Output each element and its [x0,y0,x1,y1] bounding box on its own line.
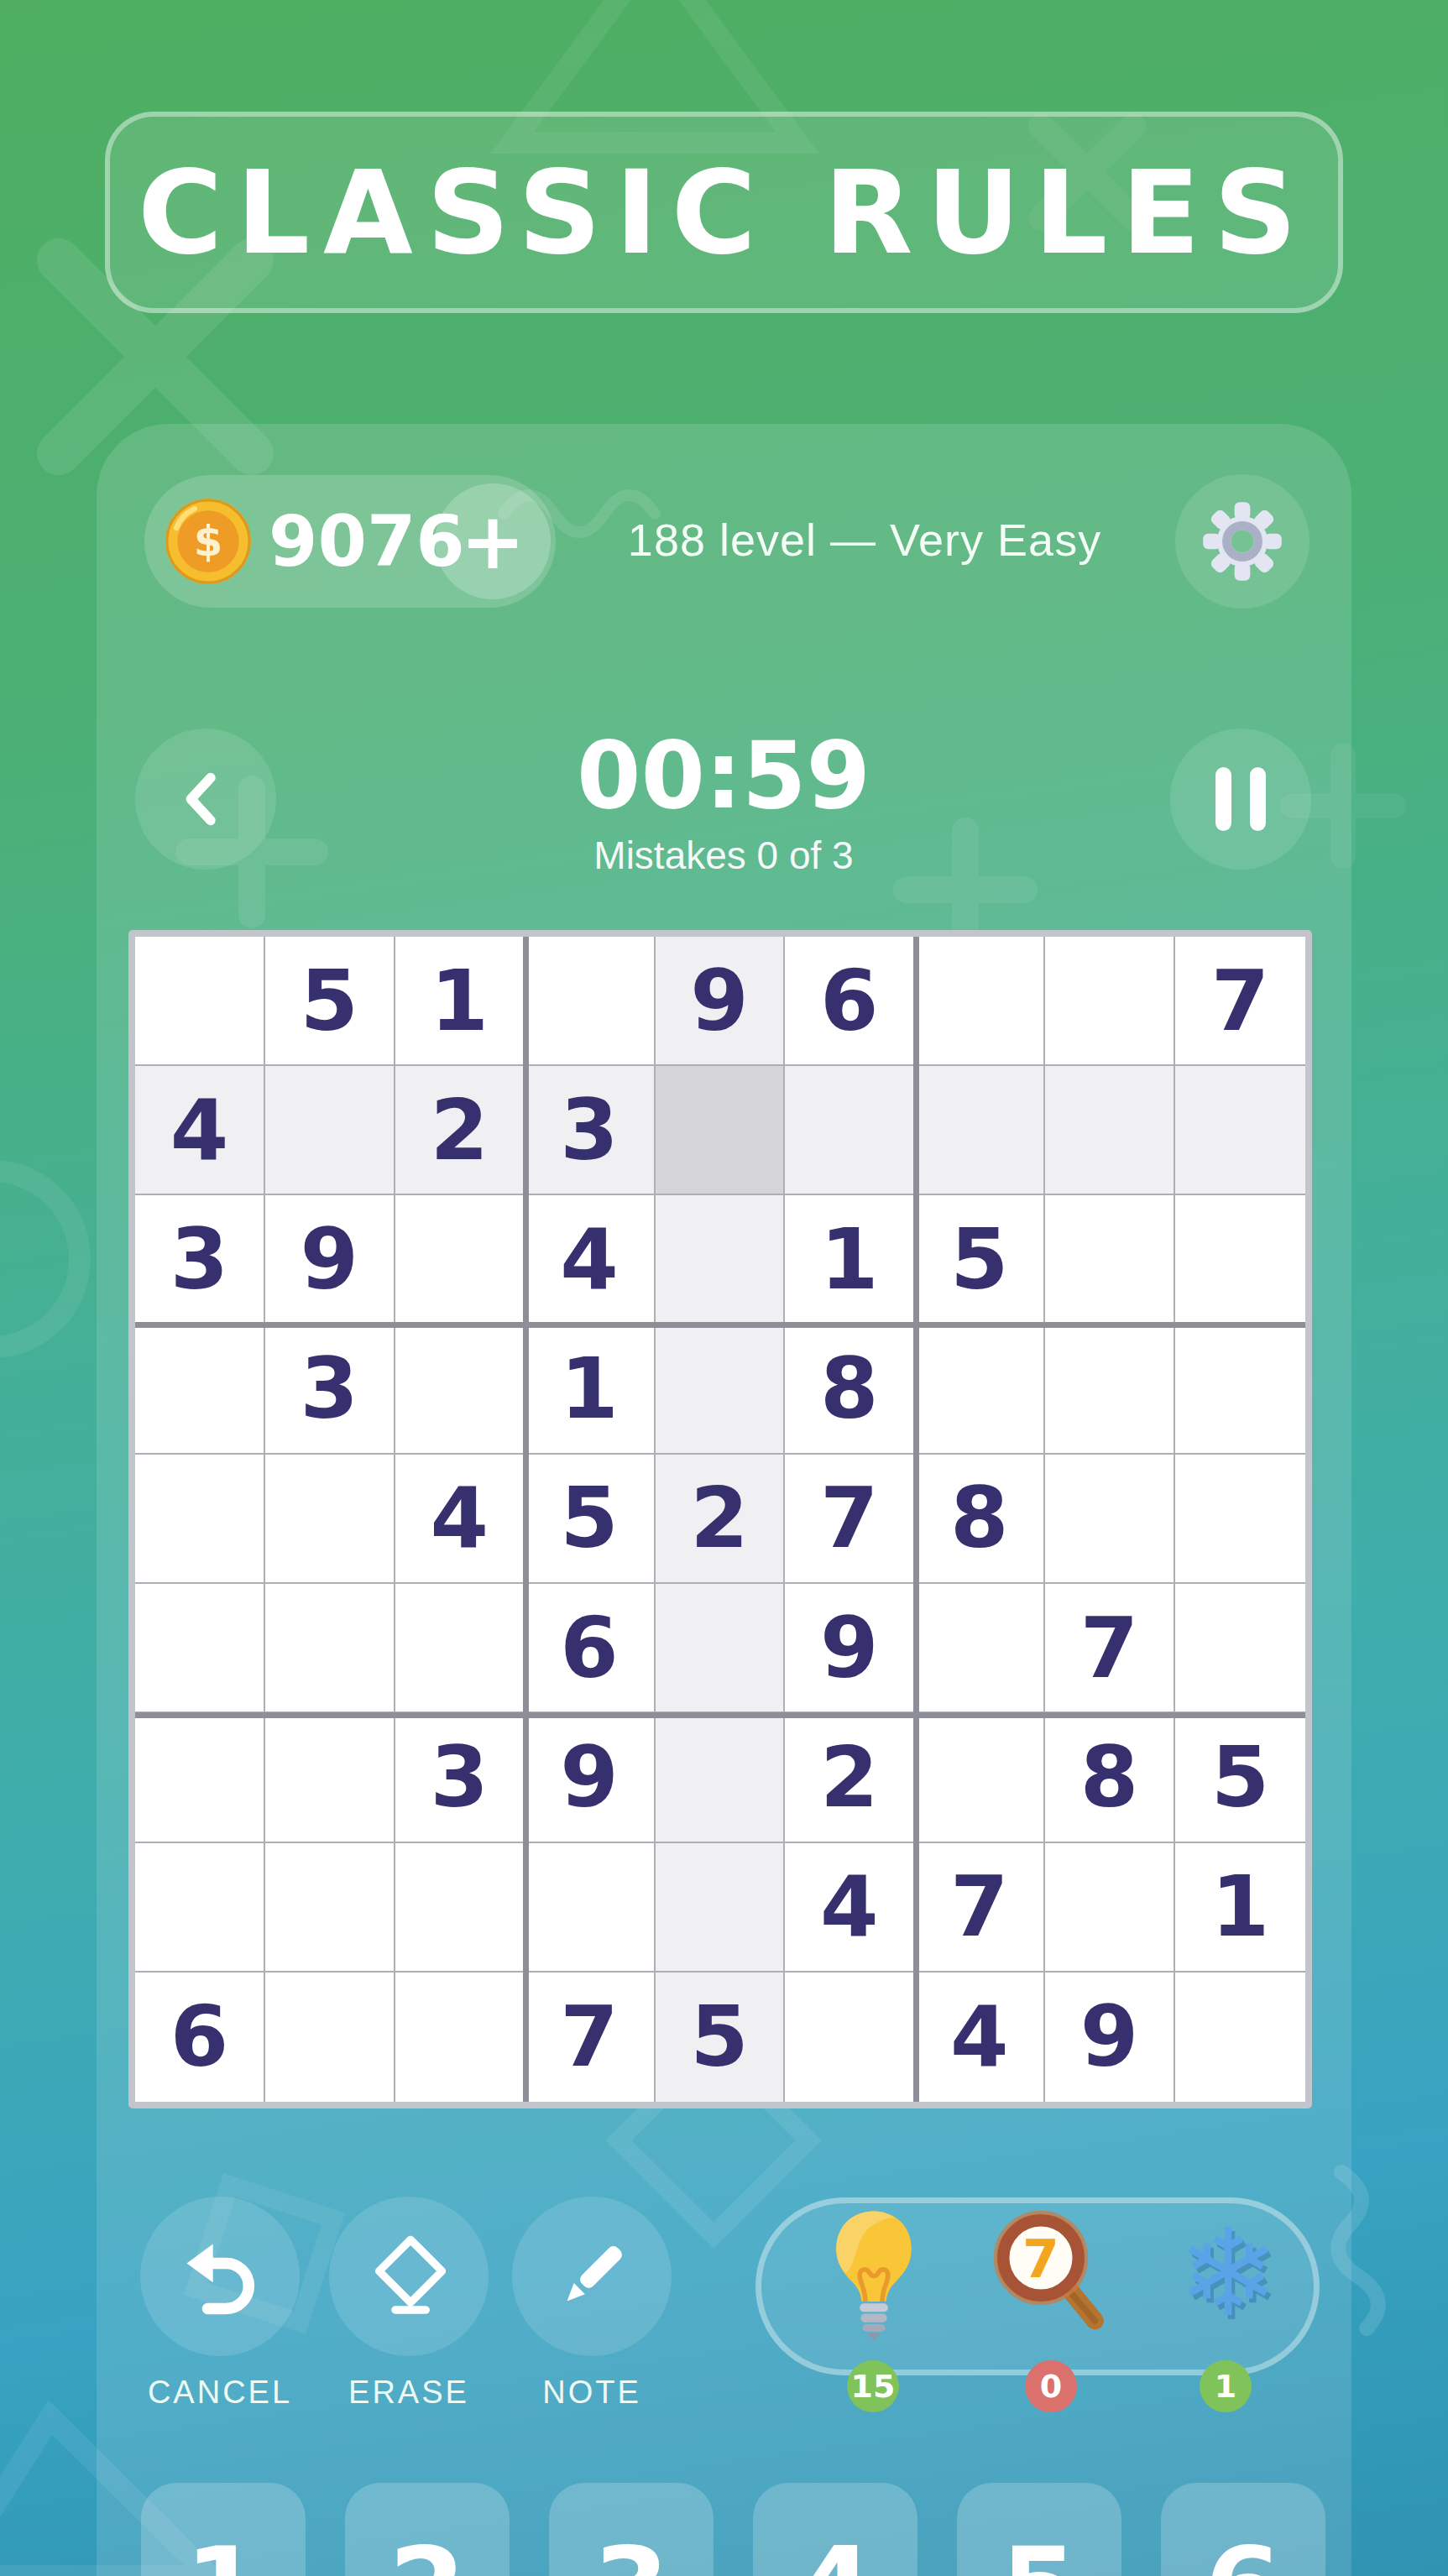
numpad-key-6[interactable]: 6 [1161,2483,1325,2576]
hint-count-badge: 15 [847,2360,899,2412]
numpad-key-4[interactable]: 4 [753,2483,917,2576]
snowflake-icon: ❄ [1178,2202,1279,2343]
hint-count: 15 [851,2368,896,2405]
lightbulb-icon [827,2208,921,2340]
magnifier-seven-glyph: 7 [1022,2229,1059,2290]
freeze-booster-button[interactable]: ❄ [1165,2213,1291,2333]
find-number-count-badge: 0 [1025,2360,1077,2412]
freeze-count: 1 [1215,2368,1236,2405]
numpad: 123456 [0,0,1448,2576]
numpad-key-1[interactable]: 1 [141,2483,306,2576]
hint-booster-button[interactable] [827,2208,921,2340]
find-number-booster-button[interactable]: 7 [988,2208,1114,2333]
find-number-count: 0 [1040,2368,1062,2405]
sudoku-app-screen: CLASSIC RULES $ 9076 + 188 level — Very … [0,0,1448,2576]
numpad-key-5[interactable]: 5 [957,2483,1121,2576]
numpad-key-2[interactable]: 2 [345,2483,510,2576]
freeze-count-badge: 1 [1200,2360,1252,2412]
numpad-key-3[interactable]: 3 [549,2483,714,2576]
magnifier-icon: 7 [988,2208,1114,2333]
